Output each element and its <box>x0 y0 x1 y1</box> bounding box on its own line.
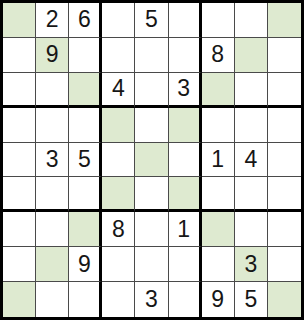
cell-r1c6[interactable] <box>169 3 202 38</box>
cell-r4c4[interactable] <box>102 108 135 143</box>
cell-r9c6[interactable] <box>169 282 202 317</box>
cell-r7c9[interactable] <box>268 212 301 247</box>
cell-r6c5[interactable] <box>135 177 168 212</box>
cell-r6c3[interactable] <box>69 177 102 212</box>
cell-r1c1[interactable] <box>3 3 36 38</box>
cell-r7c5[interactable] <box>135 212 168 247</box>
cell-r5c9[interactable] <box>268 143 301 178</box>
cell-r6c9[interactable] <box>268 177 301 212</box>
cell-r6c1[interactable] <box>3 177 36 212</box>
cell-r7c1[interactable] <box>3 212 36 247</box>
cell-r1c7[interactable] <box>202 3 235 38</box>
cell-r9c9[interactable] <box>268 282 301 317</box>
cell-r8c6[interactable] <box>169 247 202 282</box>
cell-r5c2[interactable]: 3 <box>36 143 69 178</box>
cell-r7c3[interactable] <box>69 212 102 247</box>
cell-r7c6[interactable]: 1 <box>169 212 202 247</box>
cell-r6c8[interactable] <box>235 177 268 212</box>
cell-r4c1[interactable] <box>3 108 36 143</box>
cell-r4c2[interactable] <box>36 108 69 143</box>
cell-r4c6[interactable] <box>169 108 202 143</box>
cell-r2c8[interactable] <box>235 38 268 73</box>
cell-r1c5[interactable]: 5 <box>135 3 168 38</box>
cell-r3c7[interactable] <box>202 73 235 108</box>
cell-r5c8[interactable]: 4 <box>235 143 268 178</box>
cell-r5c1[interactable] <box>3 143 36 178</box>
cell-r5c6[interactable] <box>169 143 202 178</box>
cell-r7c8[interactable] <box>235 212 268 247</box>
cell-r3c6[interactable]: 3 <box>169 73 202 108</box>
cell-r9c8[interactable]: 5 <box>235 282 268 317</box>
cell-r9c5[interactable]: 3 <box>135 282 168 317</box>
cell-r3c4[interactable]: 4 <box>102 73 135 108</box>
cell-r8c8[interactable]: 3 <box>235 247 268 282</box>
cell-r8c4[interactable] <box>102 247 135 282</box>
sudoku-board: 265984335148193395 <box>0 0 304 320</box>
cell-r3c3[interactable] <box>69 73 102 108</box>
cell-r8c1[interactable] <box>3 247 36 282</box>
cell-r4c5[interactable] <box>135 108 168 143</box>
cell-r6c4[interactable] <box>102 177 135 212</box>
cell-r8c3[interactable]: 9 <box>69 247 102 282</box>
cell-r5c7[interactable]: 1 <box>202 143 235 178</box>
cell-r2c7[interactable]: 8 <box>202 38 235 73</box>
cell-r6c6[interactable] <box>169 177 202 212</box>
cell-r9c7[interactable]: 9 <box>202 282 235 317</box>
cell-r3c5[interactable] <box>135 73 168 108</box>
cell-r2c4[interactable] <box>102 38 135 73</box>
cell-r2c6[interactable] <box>169 38 202 73</box>
cell-r3c2[interactable] <box>36 73 69 108</box>
cell-r2c5[interactable] <box>135 38 168 73</box>
cell-r1c3[interactable]: 6 <box>69 3 102 38</box>
cell-r2c3[interactable] <box>69 38 102 73</box>
cell-r8c9[interactable] <box>268 247 301 282</box>
cell-r5c4[interactable] <box>102 143 135 178</box>
cell-r8c7[interactable] <box>202 247 235 282</box>
cell-r7c2[interactable] <box>36 212 69 247</box>
cell-r3c8[interactable] <box>235 73 268 108</box>
cell-r1c2[interactable]: 2 <box>36 3 69 38</box>
cell-r5c5[interactable] <box>135 143 168 178</box>
cell-r4c7[interactable] <box>202 108 235 143</box>
cell-r3c1[interactable] <box>3 73 36 108</box>
cell-r9c4[interactable] <box>102 282 135 317</box>
cell-r4c9[interactable] <box>268 108 301 143</box>
cell-r2c1[interactable] <box>3 38 36 73</box>
cell-r1c4[interactable] <box>102 3 135 38</box>
cell-r6c7[interactable] <box>202 177 235 212</box>
cell-r2c2[interactable]: 9 <box>36 38 69 73</box>
cell-r9c1[interactable] <box>3 282 36 317</box>
cell-r8c5[interactable] <box>135 247 168 282</box>
cell-r2c9[interactable] <box>268 38 301 73</box>
cell-r7c7[interactable] <box>202 212 235 247</box>
cell-r6c2[interactable] <box>36 177 69 212</box>
cell-r9c3[interactable] <box>69 282 102 317</box>
cell-r7c4[interactable]: 8 <box>102 212 135 247</box>
cell-r4c8[interactable] <box>235 108 268 143</box>
cell-r1c8[interactable] <box>235 3 268 38</box>
cell-r8c2[interactable] <box>36 247 69 282</box>
cell-r4c3[interactable] <box>69 108 102 143</box>
cell-r3c9[interactable] <box>268 73 301 108</box>
cell-r1c9[interactable] <box>268 3 301 38</box>
cell-r9c2[interactable] <box>36 282 69 317</box>
cell-r5c3[interactable]: 5 <box>69 143 102 178</box>
